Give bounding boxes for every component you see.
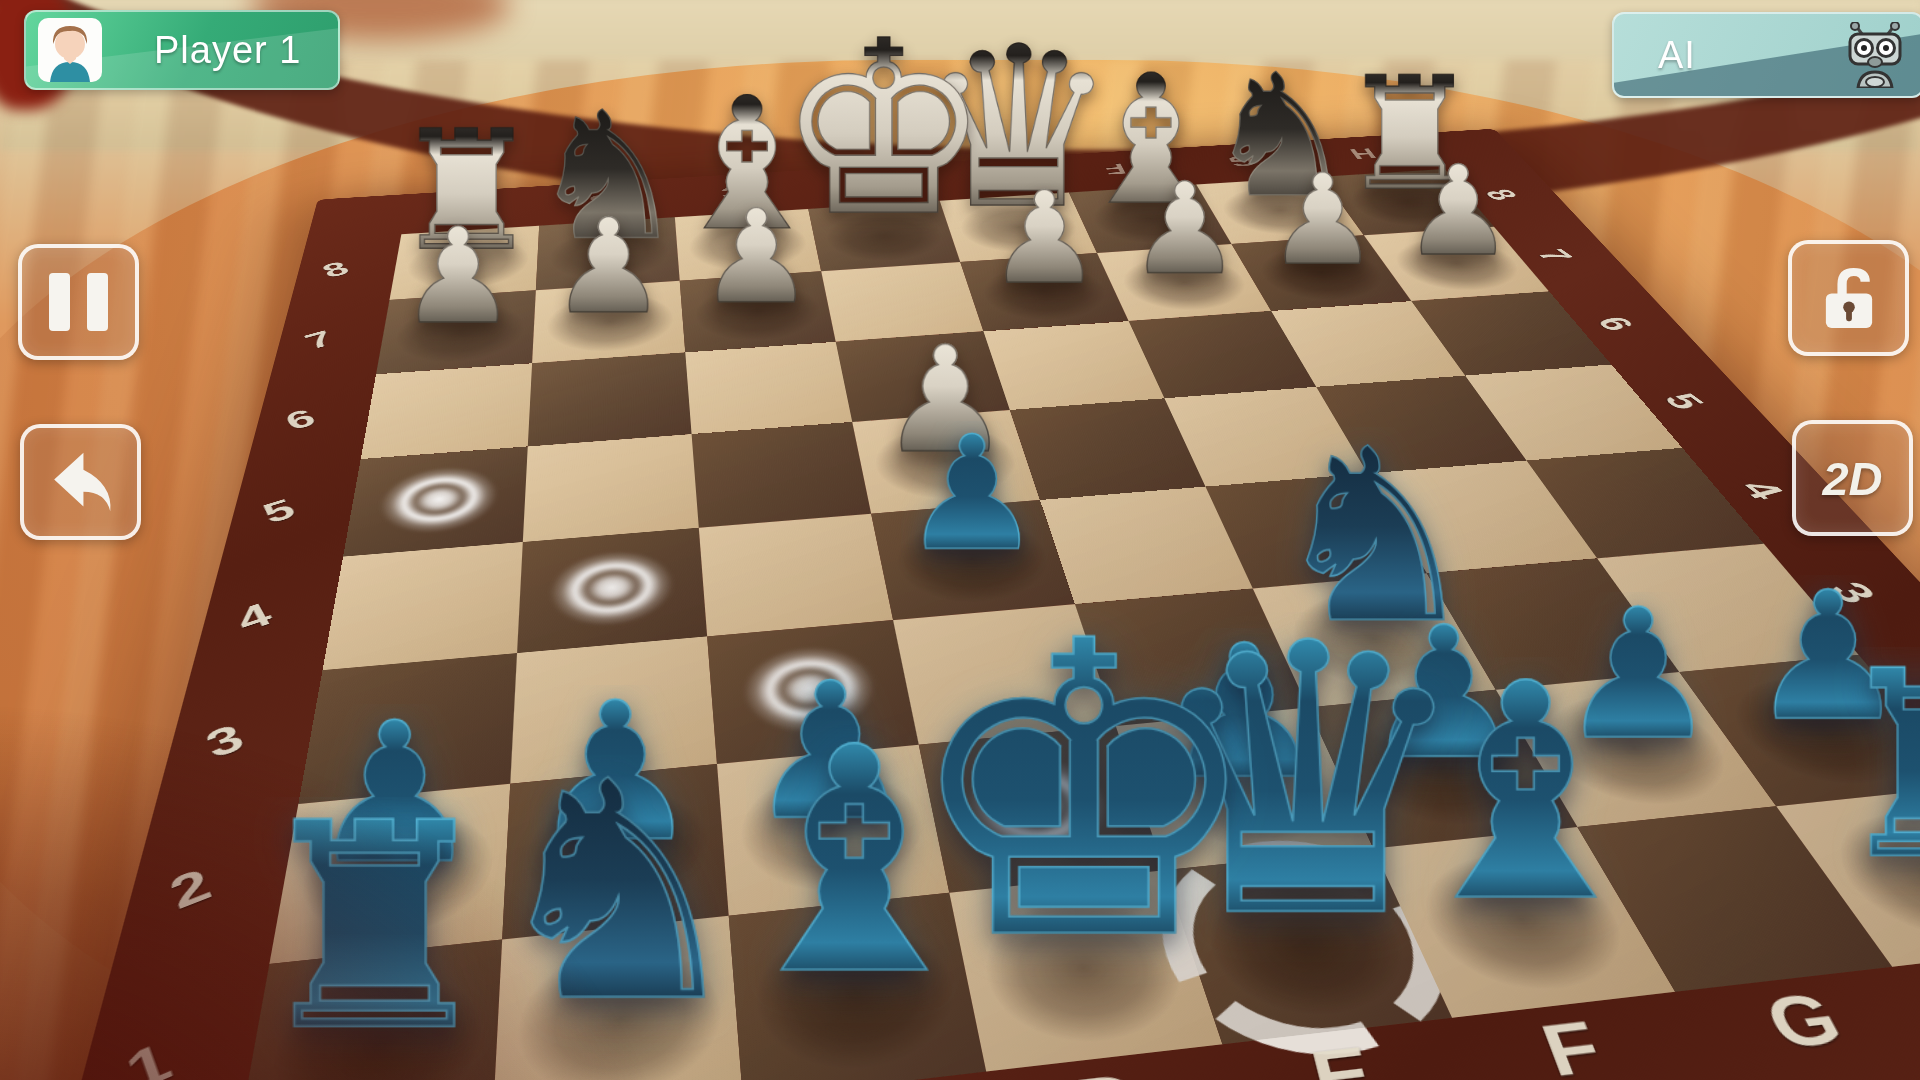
rank-label-left-5: 5 xyxy=(256,493,301,530)
file-label-f: F xyxy=(1531,1005,1614,1080)
square-c5[interactable] xyxy=(692,422,872,528)
piece-black-pawn-g7[interactable]: ♟ xyxy=(1267,162,1379,277)
square-a6[interactable] xyxy=(361,363,532,459)
robot-icon xyxy=(1842,22,1908,88)
rank-label-left-6: 6 xyxy=(279,404,321,436)
player1-name: Player 1 xyxy=(154,29,301,72)
square-c1[interactable]: ♝ xyxy=(729,893,986,1080)
undo-arrow-icon xyxy=(42,443,120,521)
pause-button[interactable] xyxy=(18,244,139,360)
square-b7[interactable]: ♟ xyxy=(532,281,685,364)
rank-label-left-8: 8 xyxy=(317,257,355,282)
rank-label-left-7: 7 xyxy=(299,326,339,354)
square-d8[interactable]: ♚ xyxy=(808,201,960,272)
square-h5[interactable] xyxy=(1465,365,1682,461)
rank-label-left-4: 4 xyxy=(230,596,278,639)
open-padlock-icon xyxy=(1812,261,1886,335)
unlock-button[interactable] xyxy=(1788,240,1909,356)
undo-button[interactable] xyxy=(20,424,141,540)
piece-white-rook-h1[interactable]: ♜ xyxy=(1828,647,1920,884)
rank-label-right-7: 7 xyxy=(1528,246,1581,264)
square-c7[interactable]: ♟ xyxy=(680,271,836,352)
ai-name: AI xyxy=(1658,34,1696,77)
square-c6[interactable] xyxy=(685,342,852,434)
square-b5[interactable] xyxy=(523,434,699,542)
move-hint-ring-a5[interactable] xyxy=(369,460,506,541)
piece-white-bishop-c1[interactable]: ♝ xyxy=(715,719,993,1005)
2d-view-label: 2D xyxy=(1822,451,1882,506)
piece-black-pawn-b7[interactable]: ♟ xyxy=(550,206,667,326)
rank-label-right-6: 6 xyxy=(1587,314,1644,335)
piece-black-pawn-e7[interactable]: ♟ xyxy=(987,179,1101,296)
square-a4[interactable] xyxy=(323,542,523,670)
piece-black-pawn-h7[interactable]: ♟ xyxy=(1403,154,1514,268)
file-label-g: G xyxy=(1752,978,1856,1065)
square-c4[interactable] xyxy=(699,514,893,637)
piece-white-pawn-d4[interactable]: ♟ xyxy=(901,421,1042,566)
square-b4[interactable] xyxy=(517,528,707,653)
ai-badge: AI xyxy=(1612,12,1920,98)
piece-black-pawn-c7[interactable]: ♟ xyxy=(698,197,814,316)
piece-black-pawn-a7[interactable]: ♟ xyxy=(399,216,517,337)
square-a7[interactable]: ♟ xyxy=(376,290,536,374)
2d-view-button[interactable]: 2D xyxy=(1792,420,1913,536)
player-avatar-icon xyxy=(38,18,102,82)
pause-icon xyxy=(49,273,108,331)
move-hint-ring-b4[interactable] xyxy=(543,543,682,636)
corner-shadow xyxy=(0,700,680,1080)
rank-label-right-4: 4 xyxy=(1730,477,1795,504)
player1-badge: Player 1 xyxy=(24,10,340,90)
rank-label-right-5: 5 xyxy=(1653,390,1714,413)
square-b6[interactable] xyxy=(528,352,692,446)
piece-black-pawn-f7[interactable]: ♟ xyxy=(1128,171,1241,287)
square-a5[interactable] xyxy=(343,446,528,556)
game-screen: ♜♞♝♚♛♝♞♜♟♟♟♟♟♟♟♟♟♞♟♟♟♟♟♟♟♜♞♝♚♛♝♜ AABBCCD… xyxy=(0,0,1920,1080)
